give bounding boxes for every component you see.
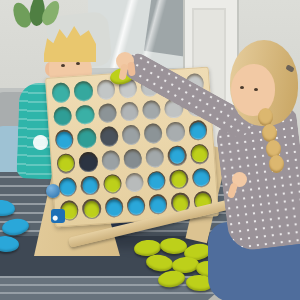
blue-disc [128,197,145,215]
blue-knob[interactable] [46,184,60,198]
blue-disc [105,199,122,217]
blue-disc [169,147,186,165]
girl-braid-segment [269,155,284,173]
cell-c3r3[interactable] [99,126,119,147]
blue-disc [189,122,206,140]
cell-c4r2[interactable] [120,101,140,122]
cell-c6r4[interactable] [167,145,187,166]
cell-c5r3[interactable] [144,123,164,144]
cell-c4r5[interactable] [125,172,145,193]
cell-c7r4[interactable] [190,144,210,165]
cell-c3r6[interactable] [104,197,124,218]
cell-c2r2[interactable] [75,104,95,125]
blue-disc [59,178,76,196]
cell-c1r4[interactable] [56,153,76,174]
blue-disc [193,169,210,187]
cell-c2r3[interactable] [77,128,97,149]
girl-finger [127,62,135,77]
green-disc [83,200,100,218]
blue-disc [56,131,73,149]
cell-c1r2[interactable] [53,106,73,127]
cell-c6r3[interactable] [166,122,186,143]
living-room-scene [0,0,300,300]
cell-c3r2[interactable] [97,103,117,124]
boy-eye [76,62,80,65]
cell-c2r4[interactable] [79,151,99,172]
cell-c2r5[interactable] [80,175,100,196]
brand-logo [51,209,65,223]
cell-c1r1[interactable] [51,82,71,103]
cell-c3r5[interactable] [102,174,122,195]
cell-c5r2[interactable] [142,100,162,121]
cell-c5r5[interactable] [147,170,167,191]
green-disc [191,145,208,163]
green-disc [104,175,121,193]
girl-eye [240,86,244,89]
cell-c6r5[interactable] [169,169,189,190]
green-disc [170,170,187,188]
blue-disc [148,172,165,190]
cell-c3r4[interactable] [101,150,121,171]
cell-c4r3[interactable] [121,125,141,146]
cell-c4r4[interactable] [123,148,143,169]
green-disc [58,154,75,172]
cell-c4r6[interactable] [126,196,146,217]
cell-c5r4[interactable] [145,147,165,168]
cell-c2r1[interactable] [74,81,94,102]
blue-disc [82,177,99,195]
cell-c1r5[interactable] [58,177,78,198]
cell-c5r6[interactable] [149,194,169,215]
cell-c1r3[interactable] [55,129,75,150]
girl-eye [254,88,258,91]
cell-c2r6[interactable] [82,199,102,220]
blue-disc [150,195,167,213]
cell-c7r5[interactable] [191,167,211,188]
boy-eye [61,64,65,67]
cell-c7r3[interactable] [188,120,208,141]
